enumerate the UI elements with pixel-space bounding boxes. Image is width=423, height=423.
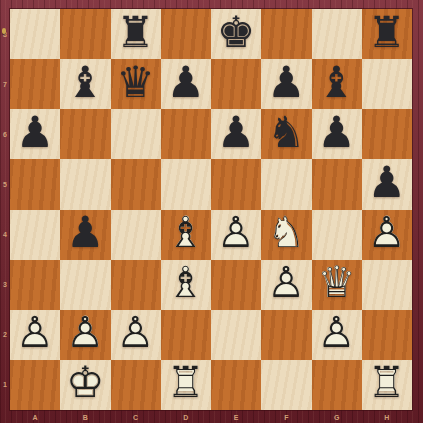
chess-board: ♜♚♜♝♛♟♟♝♟♟♞♟♟♟♝♗♟♙♞♘♟♙♝♗♟♙♛♕♟♙♟♙♟♙♟♙♚♔♜♖… [10,9,412,410]
square-h7[interactable] [362,59,412,109]
square-e5[interactable] [211,159,261,209]
square-a1[interactable] [10,360,60,410]
piece-black-queen[interactable]: ♛ [111,59,161,109]
square-c3[interactable] [111,260,161,310]
square-d6[interactable] [161,109,211,159]
square-c1[interactable] [111,360,161,410]
square-e8[interactable]: ♚ [211,9,261,59]
square-d5[interactable] [161,159,211,209]
square-b5[interactable] [60,159,110,209]
piece-black-pawn[interactable]: ♟ [161,59,211,109]
rank-label: 8 [0,9,10,59]
square-e6[interactable]: ♟ [211,109,261,159]
square-e3[interactable] [211,260,261,310]
file-label: F [261,410,311,423]
square-e4[interactable]: ♟♙ [211,210,261,260]
piece-white-pawn[interactable]: ♟♙ [10,310,60,360]
piece-white-pawn[interactable]: ♟♙ [312,310,362,360]
square-a3[interactable] [10,260,60,310]
piece-black-king[interactable]: ♚ [211,9,261,59]
square-g4[interactable] [312,210,362,260]
piece-white-rook[interactable]: ♜♖ [362,360,412,410]
square-d1[interactable]: ♜♖ [161,360,211,410]
square-e2[interactable] [211,310,261,360]
piece-black-rook[interactable]: ♜ [362,9,412,59]
file-labels: ABCDEFGH [10,410,412,423]
square-f5[interactable] [261,159,311,209]
square-d8[interactable] [161,9,211,59]
square-h6[interactable] [362,109,412,159]
square-g6[interactable]: ♟ [312,109,362,159]
square-a8[interactable] [10,9,60,59]
rank-label: 3 [0,260,10,310]
piece-black-pawn[interactable]: ♟ [362,159,412,209]
piece-black-bishop[interactable]: ♝ [312,59,362,109]
piece-black-pawn[interactable]: ♟ [60,210,110,260]
piece-black-bishop[interactable]: ♝ [60,59,110,109]
piece-black-pawn[interactable]: ♟ [261,59,311,109]
square-h2[interactable] [362,310,412,360]
square-g1[interactable] [312,360,362,410]
square-g7[interactable]: ♝ [312,59,362,109]
piece-black-knight[interactable]: ♞ [261,109,311,159]
square-h5[interactable]: ♟ [362,159,412,209]
square-b6[interactable] [60,109,110,159]
square-f1[interactable] [261,360,311,410]
piece-black-pawn[interactable]: ♟ [10,109,60,159]
square-g3[interactable]: ♛♕ [312,260,362,310]
square-c4[interactable] [111,210,161,260]
square-e7[interactable] [211,59,261,109]
square-c2[interactable]: ♟♙ [111,310,161,360]
square-b7[interactable]: ♝ [60,59,110,109]
square-a2[interactable]: ♟♙ [10,310,60,360]
square-b3[interactable] [60,260,110,310]
rank-label: 4 [0,210,10,260]
square-h3[interactable] [362,260,412,310]
file-label: D [161,410,211,423]
square-a7[interactable] [10,59,60,109]
square-d7[interactable]: ♟ [161,59,211,109]
square-h8[interactable]: ♜ [362,9,412,59]
piece-black-rook[interactable]: ♜ [111,9,161,59]
rank-label: 5 [0,159,10,209]
rank-label: 6 [0,109,10,159]
file-label: E [211,410,261,423]
piece-white-king[interactable]: ♚♔ [60,360,110,410]
square-f2[interactable] [261,310,311,360]
square-f3[interactable]: ♟♙ [261,260,311,310]
square-a6[interactable]: ♟ [10,109,60,159]
square-b1[interactable]: ♚♔ [60,360,110,410]
square-c5[interactable] [111,159,161,209]
file-label: C [111,410,161,423]
rank-label: 2 [0,310,10,360]
file-label: G [312,410,362,423]
piece-white-pawn[interactable]: ♟♙ [362,210,412,260]
square-b4[interactable]: ♟ [60,210,110,260]
piece-white-pawn[interactable]: ♟♙ [211,210,261,260]
square-a4[interactable] [10,210,60,260]
square-d2[interactable] [161,310,211,360]
square-c7[interactable]: ♛ [111,59,161,109]
piece-black-pawn[interactable]: ♟ [312,109,362,159]
rank-label: 1 [0,360,10,410]
rank-label: 7 [0,59,10,109]
file-label: B [60,410,110,423]
square-f8[interactable] [261,9,311,59]
piece-white-rook[interactable]: ♜♖ [161,360,211,410]
rank-labels: 87654321 [0,9,10,410]
square-c6[interactable] [111,109,161,159]
square-f6[interactable]: ♞ [261,109,311,159]
piece-white-pawn[interactable]: ♟♙ [261,260,311,310]
square-d4[interactable]: ♝♗ [161,210,211,260]
square-a5[interactable] [10,159,60,209]
piece-white-pawn[interactable]: ♟♙ [60,310,110,360]
square-g2[interactable]: ♟♙ [312,310,362,360]
square-d3[interactable]: ♝♗ [161,260,211,310]
square-h1[interactable]: ♜♖ [362,360,412,410]
piece-white-knight[interactable]: ♞♘ [261,210,311,260]
file-label: A [10,410,60,423]
square-g8[interactable] [312,9,362,59]
square-f4[interactable]: ♞♘ [261,210,311,260]
square-b2[interactable]: ♟♙ [60,310,110,360]
piece-white-bishop[interactable]: ♝♗ [161,260,211,310]
piece-white-bishop[interactable]: ♝♗ [161,210,211,260]
square-e1[interactable] [211,360,261,410]
square-g5[interactable] [312,159,362,209]
file-label: H [362,410,412,423]
piece-black-pawn[interactable]: ♟ [211,109,261,159]
square-b8[interactable] [60,9,110,59]
square-c8[interactable]: ♜ [111,9,161,59]
square-h4[interactable]: ♟♙ [362,210,412,260]
piece-white-queen[interactable]: ♛♕ [312,260,362,310]
piece-white-pawn[interactable]: ♟♙ [111,310,161,360]
square-f7[interactable]: ♟ [261,59,311,109]
frame-screw-icon [2,28,6,34]
chess-board-frame: ♜♚♜♝♛♟♟♝♟♟♞♟♟♟♝♗♟♙♞♘♟♙♝♗♟♙♛♕♟♙♟♙♟♙♟♙♚♔♜♖… [0,0,423,423]
